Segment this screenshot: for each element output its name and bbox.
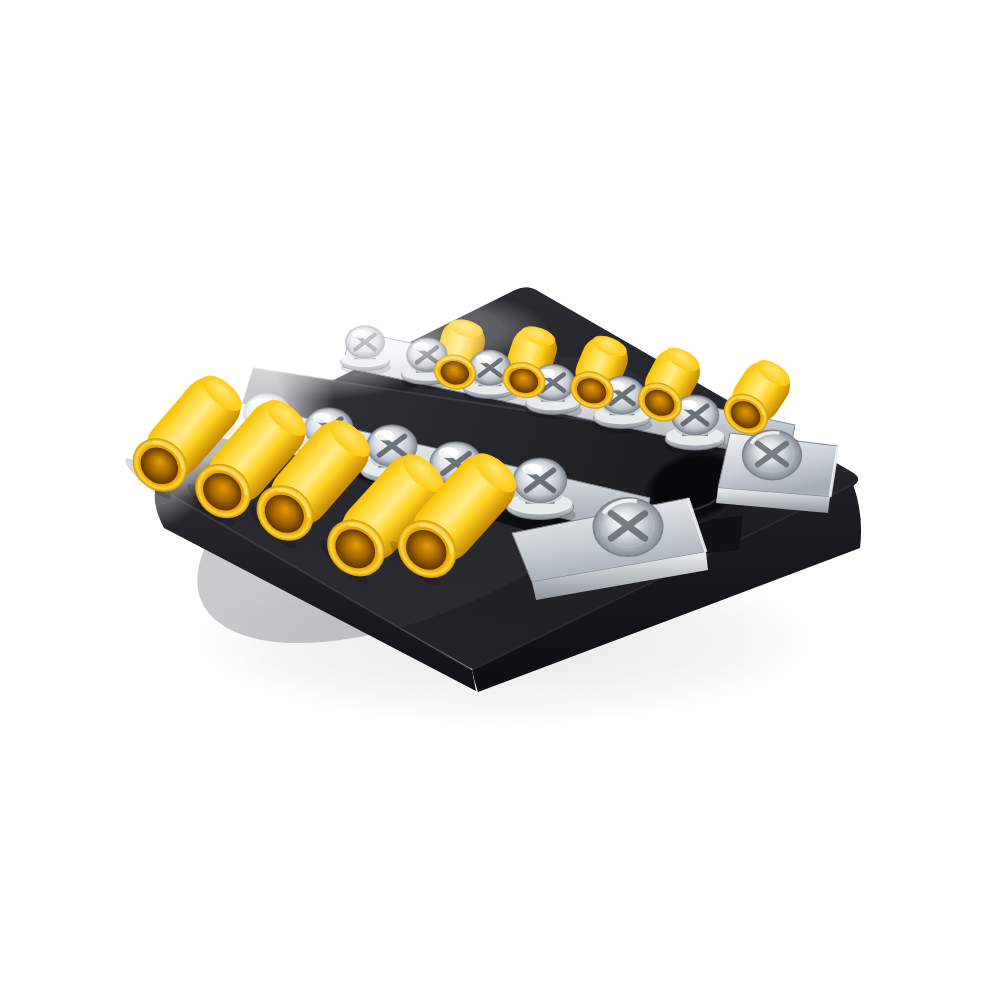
main-lug-screw-front [593,498,662,556]
product-photo-canvas [0,0,1000,1000]
main-lug-screw-right [743,430,802,479]
busbar-product-photo [0,0,1000,1000]
